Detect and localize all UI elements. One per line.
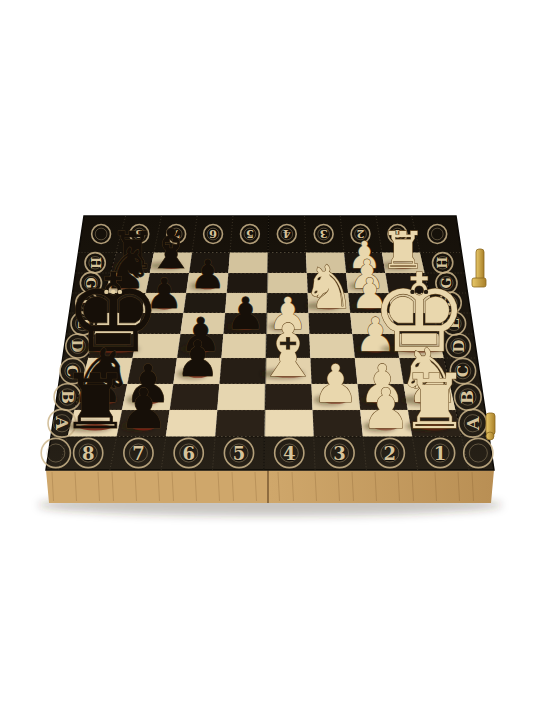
crown-pellet <box>417 290 421 294</box>
square-a4 <box>264 410 313 437</box>
crown-pellet <box>118 290 122 294</box>
square-h5 <box>228 253 268 274</box>
glyph-pawn: ♟ <box>361 376 411 441</box>
piece-black-pawn-a7: ♟ <box>119 376 169 441</box>
glyph-pawn: ♟ <box>119 376 169 441</box>
label-back-6: 6 <box>209 227 217 241</box>
square-a6 <box>166 410 217 437</box>
crown-pellet <box>424 290 428 294</box>
label-front-2: 2 <box>384 443 397 464</box>
label-front-6: 6 <box>182 443 195 464</box>
piece-black-pawn-g6: ♟ <box>190 251 226 297</box>
label-front-3: 3 <box>333 443 346 464</box>
glyph-pawn: ♟ <box>190 251 225 297</box>
brass-clasp-bottom-knob <box>486 432 494 440</box>
brass-clasp-top-hook <box>472 278 486 287</box>
label-back-4: 4 <box>283 227 291 241</box>
label-front-7: 7 <box>132 443 145 464</box>
piece-white-pawn-a2: ♟ <box>361 376 411 441</box>
label-front-4: 4 <box>283 443 296 464</box>
crown-pellet <box>104 290 108 294</box>
crown-pellet <box>111 290 115 294</box>
glyph-pawn: ♟ <box>176 330 220 388</box>
label-back-5: 5 <box>246 227 254 241</box>
chess-board-photo: 8877665544332211HHGGFFEEDDCCBBAA♜♝♜♟♞♟♟♟… <box>0 0 540 720</box>
crown-pellet <box>410 290 414 294</box>
piece-white-pawn-b3: ♟ <box>312 353 359 414</box>
square-h4 <box>268 253 307 274</box>
label-front-5: 5 <box>233 443 246 464</box>
product-photo-stage: 8877665544332211HHGGFFEEDDCCBBAA♜♝♜♟♞♟♟♟… <box>0 0 540 720</box>
piece-black-pawn-c6: ♟ <box>176 330 220 388</box>
glyph-pawn: ♟ <box>312 353 359 414</box>
square-a5 <box>215 410 265 437</box>
label-back-3: 3 <box>320 227 328 241</box>
